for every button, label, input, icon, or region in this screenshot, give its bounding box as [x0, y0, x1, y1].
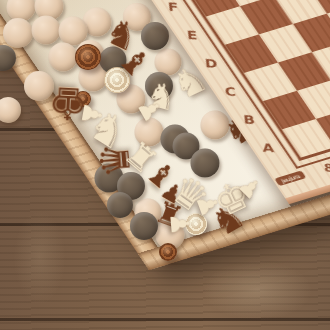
brown-rook-piece-standing	[75, 44, 101, 70]
light-checker-disc	[0, 97, 21, 123]
file-label-C: C	[216, 84, 245, 99]
dark-checker-disc	[0, 45, 16, 71]
light-checker-disc	[49, 43, 78, 72]
light-checker-disc	[3, 18, 33, 48]
file-label-D: D	[197, 56, 226, 71]
white-pawn-piece: ♟	[166, 211, 194, 236]
file-label-F: F	[159, 0, 188, 14]
brown-pawn-piece-standing	[159, 243, 177, 261]
file-label-E: E	[178, 28, 207, 43]
rank-label-8: 8	[309, 161, 330, 175]
light-checker-disc	[32, 16, 61, 45]
file-label-B: B	[235, 113, 264, 128]
file-label-A: A	[254, 141, 283, 156]
photo-scene: ♞♝♚♛♝♟♜♞♞♟♞♞♟♞♟♜♛♟♚♟♟ HGFEDCBA 8 Jeujura	[0, 0, 330, 330]
brand-logo: Jeujura	[274, 170, 306, 186]
dark-checker-disc	[107, 192, 133, 218]
